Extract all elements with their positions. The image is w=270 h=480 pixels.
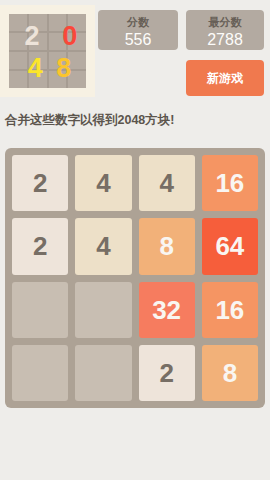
tile-2: 2 bbox=[12, 218, 68, 274]
best-score-value: 2788 bbox=[186, 31, 264, 49]
tile-8: 8 bbox=[202, 345, 258, 401]
logo-digit-2: 2 bbox=[25, 23, 40, 50]
empty-cell bbox=[12, 282, 68, 338]
best-score-box: 最分数 2788 bbox=[186, 10, 264, 50]
logo-digit-4: 4 bbox=[28, 55, 43, 82]
empty-cell bbox=[75, 345, 131, 401]
empty-cell bbox=[12, 345, 68, 401]
tile-16: 16 bbox=[202, 155, 258, 211]
score-label: 分数 bbox=[98, 15, 178, 30]
tile-2: 2 bbox=[12, 155, 68, 211]
tile-4: 4 bbox=[75, 218, 131, 274]
best-score-label: 最分数 bbox=[186, 15, 264, 30]
game-logo: 2048 bbox=[0, 5, 95, 97]
tile-8: 8 bbox=[139, 218, 195, 274]
empty-cell bbox=[75, 282, 131, 338]
tile-64: 64 bbox=[202, 218, 258, 274]
instruction-text: 合并这些数字以得到2048方块! bbox=[5, 112, 174, 129]
logo-digit-8: 8 bbox=[56, 55, 71, 82]
new-game-button[interactable]: 新游戏 bbox=[186, 60, 264, 96]
logo-digit-0: 0 bbox=[62, 23, 77, 50]
game-board[interactable]: 2441624864321628 bbox=[5, 148, 265, 408]
score-value: 556 bbox=[98, 31, 178, 49]
tile-4: 4 bbox=[75, 155, 131, 211]
tile-16: 16 bbox=[202, 282, 258, 338]
tile-2: 2 bbox=[139, 345, 195, 401]
tile-4: 4 bbox=[139, 155, 195, 211]
score-box: 分数 556 bbox=[98, 10, 178, 50]
tile-32: 32 bbox=[139, 282, 195, 338]
